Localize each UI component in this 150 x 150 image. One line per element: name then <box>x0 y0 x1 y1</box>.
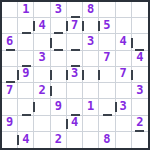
given-digit: 2 <box>136 116 143 128</box>
cell-r5c6[interactable] <box>83 67 99 83</box>
consecutive-mark-horizontal-dash <box>6 81 15 83</box>
consecutive-mark-horizontal-dash <box>135 49 144 51</box>
cell-r2c7[interactable]: 5 <box>99 18 115 34</box>
consecutive-mark-vertical-bar <box>131 38 133 48</box>
given-digit: 4 <box>22 133 29 145</box>
given-digit: 3 <box>136 84 143 96</box>
given-digit: 3 <box>38 51 45 63</box>
cell-r1c8[interactable] <box>116 2 132 18</box>
consecutive-mark-vertical-bar <box>115 102 117 112</box>
cell-r4c4[interactable] <box>51 51 67 67</box>
cell-r7c1[interactable] <box>2 99 18 115</box>
given-digit: 6 <box>6 35 13 47</box>
cell-r8c7[interactable] <box>99 116 115 132</box>
cell-r6c7[interactable] <box>99 83 115 99</box>
cell-r2c9[interactable] <box>132 18 148 34</box>
cell-r6c6[interactable] <box>83 83 99 99</box>
cell-r2c8[interactable] <box>116 18 132 34</box>
cell-r1c7[interactable] <box>99 2 115 18</box>
given-digit: 7 <box>120 67 127 79</box>
cell-r6c2[interactable] <box>18 83 34 99</box>
cell-r5c4[interactable] <box>51 67 67 83</box>
given-digit: 5 <box>103 19 110 31</box>
cell-r1c9[interactable] <box>132 2 148 18</box>
cell-r5c2[interactable]: 9 <box>18 67 34 83</box>
given-digit: 3 <box>55 3 62 15</box>
consecutive-mark-vertical-bar <box>131 70 133 80</box>
given-digit: 9 <box>22 67 29 79</box>
given-digit: 3 <box>71 67 78 79</box>
cell-r3c8[interactable]: 4 <box>116 34 132 50</box>
cell-r9c2[interactable]: 4 <box>18 132 34 148</box>
cell-r7c8[interactable]: 3 <box>116 99 132 115</box>
cell-r6c4[interactable] <box>51 83 67 99</box>
cell-r4c1[interactable] <box>2 51 18 67</box>
cell-r9c7[interactable]: 8 <box>99 132 115 148</box>
cell-r3c6[interactable]: 3 <box>83 34 99 50</box>
consecutive-mark-horizontal-dash <box>6 49 15 51</box>
cell-r8c6[interactable] <box>83 116 99 132</box>
cell-r5c9[interactable] <box>132 67 148 83</box>
given-digit: 3 <box>87 35 94 47</box>
cell-r7c6[interactable]: 1 <box>83 99 99 115</box>
given-digit: 4 <box>136 51 143 63</box>
cell-r9c1[interactable] <box>2 132 18 148</box>
cell-r9c5[interactable] <box>67 132 83 148</box>
cell-r4c3[interactable]: 3 <box>34 51 50 67</box>
cell-r8c8[interactable] <box>116 116 132 132</box>
cell-r5c8[interactable]: 7 <box>116 67 132 83</box>
cell-r3c3[interactable] <box>34 34 50 50</box>
cell-r9c9[interactable] <box>132 132 148 148</box>
cell-r6c9[interactable]: 3 <box>132 83 148 99</box>
cell-r6c5[interactable] <box>67 83 83 99</box>
cell-r9c6[interactable] <box>83 132 99 148</box>
cell-r7c3[interactable] <box>34 99 50 115</box>
cell-r4c6[interactable] <box>83 51 99 67</box>
consecutive-mark-horizontal-dash <box>54 32 63 34</box>
cell-r8c4[interactable] <box>51 116 67 132</box>
consecutive-mark-horizontal-dash <box>22 65 31 67</box>
cell-r5c3[interactable] <box>34 67 50 83</box>
cell-r1c6[interactable]: 8 <box>83 2 99 18</box>
given-digit: 2 <box>55 133 62 145</box>
given-digit: 9 <box>55 100 62 112</box>
cell-r7c4[interactable]: 9 <box>51 99 67 115</box>
consecutive-mark-vertical-bar <box>17 135 19 145</box>
cell-r2c3[interactable]: 4 <box>34 18 50 34</box>
cell-r1c1[interactable] <box>2 2 18 18</box>
given-digit: 4 <box>120 35 127 47</box>
cell-r9c4[interactable]: 2 <box>51 132 67 148</box>
consecutive-mark-vertical-bar <box>33 21 35 31</box>
consecutive-mark-vertical-bar <box>66 70 68 80</box>
consecutive-mark-horizontal-dash <box>71 49 80 51</box>
consecutive-mark-vertical-bar <box>66 119 68 129</box>
cell-r4c7[interactable]: 7 <box>99 51 115 67</box>
cell-r3c2[interactable] <box>18 34 34 50</box>
given-digit: 1 <box>87 100 94 112</box>
cell-r7c9[interactable] <box>132 99 148 115</box>
consecutive-mark-vertical-bar <box>82 21 84 31</box>
consecutive-mark-horizontal-dash <box>135 130 144 132</box>
cell-r6c8[interactable] <box>116 83 132 99</box>
given-digit: 3 <box>120 100 127 112</box>
cell-r2c1[interactable] <box>2 18 18 34</box>
consecutive-mark-horizontal-dash <box>54 49 63 51</box>
sudoku-grid: 138475634374937723913942428 <box>2 2 148 148</box>
cell-r8c3[interactable] <box>34 116 50 132</box>
cell-r1c2[interactable]: 1 <box>18 2 34 18</box>
cell-r8c1[interactable]: 9 <box>2 116 18 132</box>
consecutive-mark-vertical-bar <box>50 86 52 96</box>
given-digit: 8 <box>87 3 94 15</box>
cell-r3c7[interactable] <box>99 34 115 50</box>
cell-r8c5[interactable]: 4 <box>67 116 83 132</box>
consecutive-mark-horizontal-dash <box>22 114 31 116</box>
cell-r5c5[interactable]: 3 <box>67 67 83 83</box>
consecutive-mark-horizontal-dash <box>71 16 80 18</box>
consecutive-mark-vertical-bar <box>98 70 100 80</box>
consecutive-mark-vertical-bar <box>50 70 52 80</box>
sudoku-board: 138475634374937723913942428 <box>0 0 150 150</box>
given-digit: 7 <box>71 19 78 31</box>
consecutive-mark-vertical-bar <box>17 70 19 80</box>
cell-r4c8[interactable] <box>116 51 132 67</box>
cell-r8c2[interactable] <box>18 116 34 132</box>
given-digit: 2 <box>38 84 45 96</box>
cell-r6c3[interactable]: 2 <box>34 83 50 99</box>
cell-r1c4[interactable]: 3 <box>51 2 67 18</box>
cell-r6c1[interactable]: 7 <box>2 83 18 99</box>
cell-r2c5[interactable]: 7 <box>67 18 83 34</box>
consecutive-mark-vertical-bar <box>82 70 84 80</box>
given-digit: 8 <box>103 133 110 145</box>
cell-r9c3[interactable] <box>34 132 50 148</box>
cell-r4c9[interactable]: 4 <box>132 51 148 67</box>
consecutive-mark-horizontal-dash <box>71 65 80 67</box>
consecutive-mark-vertical-bar <box>98 21 100 31</box>
cell-r1c3[interactable] <box>34 2 50 18</box>
given-digit: 1 <box>22 3 29 15</box>
consecutive-mark-vertical-bar <box>50 38 52 48</box>
given-digit: 4 <box>38 19 45 31</box>
given-digit: 7 <box>103 51 110 63</box>
consecutive-mark-vertical-bar <box>33 102 35 112</box>
consecutive-mark-horizontal-dash <box>22 32 31 34</box>
cell-r9c8[interactable] <box>116 132 132 148</box>
given-digit: 7 <box>6 84 13 96</box>
cell-r2c6[interactable] <box>83 18 99 34</box>
given-digit: 4 <box>71 116 78 128</box>
consecutive-mark-horizontal-dash <box>71 114 80 116</box>
given-digit: 9 <box>6 116 13 128</box>
consecutive-mark-horizontal-dash <box>103 114 112 116</box>
cell-r5c7[interactable] <box>99 67 115 83</box>
consecutive-mark-vertical-bar <box>66 21 68 31</box>
